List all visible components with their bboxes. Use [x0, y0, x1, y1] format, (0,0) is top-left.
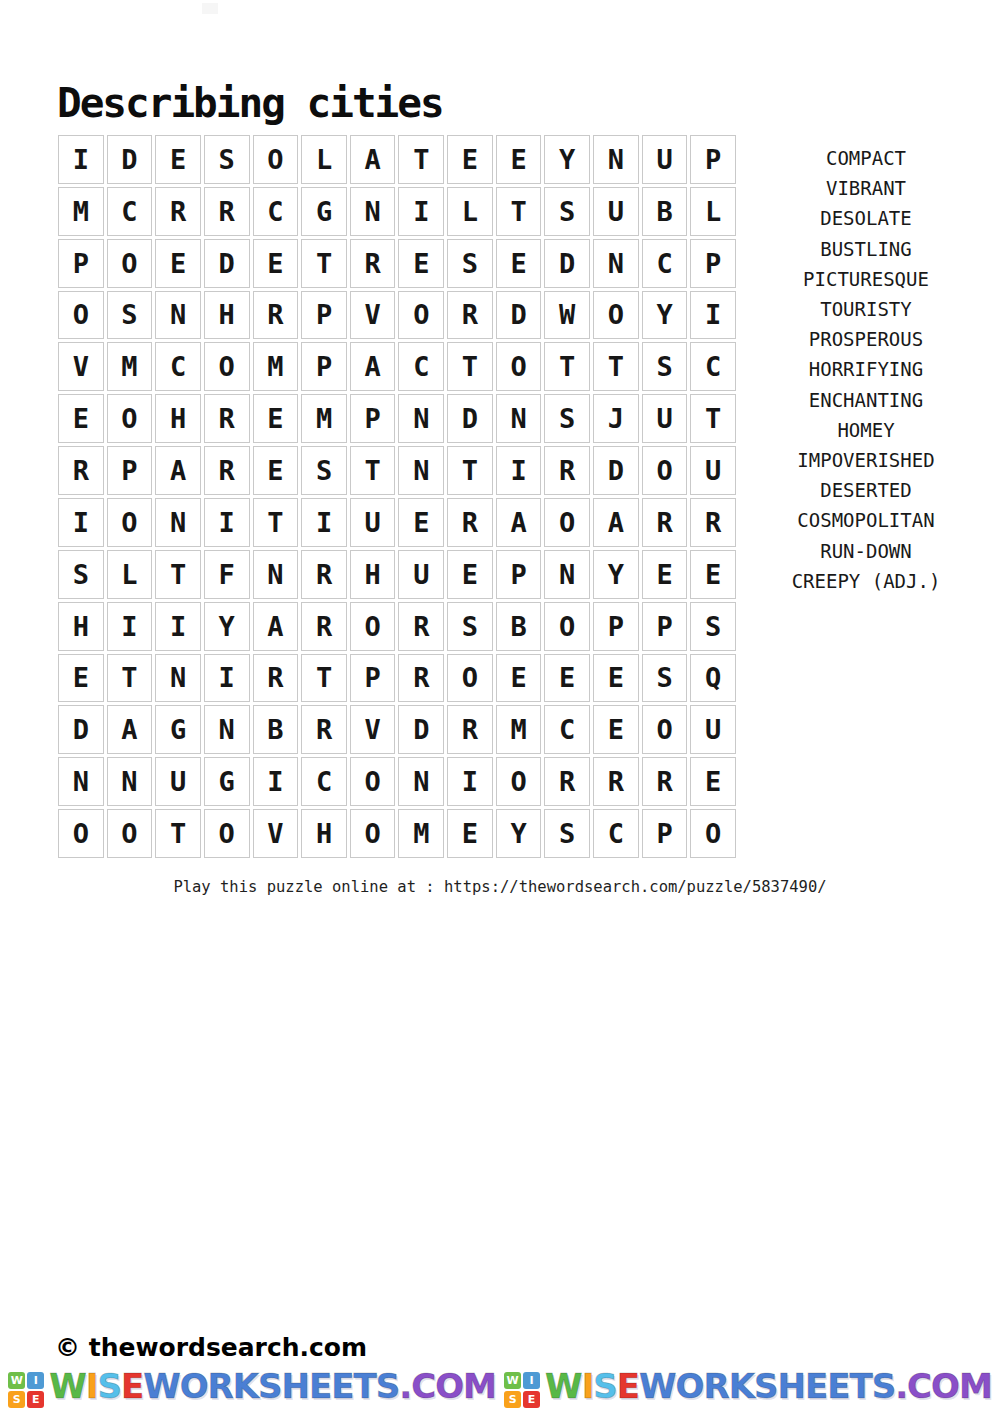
grid-cell[interactable]: C	[642, 239, 688, 288]
grid-cell[interactable]: T	[253, 498, 299, 547]
grid-cell[interactable]: R	[204, 187, 250, 236]
grid-cell[interactable]: O	[107, 239, 153, 288]
grid-cell[interactable]: S	[544, 187, 590, 236]
grid-cell[interactable]: P	[642, 602, 688, 651]
grid-cell[interactable]: H	[204, 291, 250, 340]
grid-cell[interactable]: M	[398, 809, 444, 858]
grid-cell[interactable]: T	[155, 809, 201, 858]
word-list-item: DESOLATE	[738, 203, 994, 233]
grid-cell[interactable]: T	[398, 135, 444, 184]
grid-cell[interactable]: R	[253, 291, 299, 340]
word-list-item: DESERTED	[738, 475, 994, 505]
grid-cell[interactable]: T	[155, 550, 201, 599]
grid-cell[interactable]: R	[253, 654, 299, 703]
grid-cell[interactable]: P	[690, 135, 736, 184]
grid-cell[interactable]: V	[350, 705, 396, 754]
grid-cell[interactable]: T	[447, 342, 493, 391]
grid-cell[interactable]: G	[301, 187, 347, 236]
grid-cell[interactable]: O	[642, 446, 688, 495]
grid-cell[interactable]: E	[58, 654, 104, 703]
grid-cell[interactable]: S	[544, 394, 590, 443]
grid-cell[interactable]: N	[155, 498, 201, 547]
word-list: COMPACTVIBRANTDESOLATEBUSTLINGPICTURESQU…	[738, 143, 994, 596]
grid-cell[interactable]: R	[447, 498, 493, 547]
grid-cell[interactable]: R	[301, 705, 347, 754]
grid-cell[interactable]: O	[350, 602, 396, 651]
grid-cell[interactable]: E	[690, 550, 736, 599]
grid-cell[interactable]: T	[301, 654, 347, 703]
logo-square: I	[523, 1372, 540, 1389]
grid-cell[interactable]: S	[447, 239, 493, 288]
grid-cell[interactable]: N	[58, 757, 104, 806]
grid-cell[interactable]: I	[447, 757, 493, 806]
grid-cell[interactable]: S	[447, 602, 493, 651]
grid-cell[interactable]: O	[107, 809, 153, 858]
grid-cell[interactable]: R	[155, 187, 201, 236]
word-list-item: TOURISTY	[738, 294, 994, 324]
logo-square: W	[8, 1372, 25, 1389]
word-list-item: HOMEY	[738, 415, 994, 445]
grid-cell[interactable]: T	[496, 187, 542, 236]
grid-cell[interactable]: E	[155, 239, 201, 288]
logo-square: S	[504, 1391, 521, 1408]
grid-cell[interactable]: D	[204, 239, 250, 288]
grid-cell[interactable]: C	[155, 342, 201, 391]
grid-cell[interactable]: N	[204, 705, 250, 754]
wise-logo-icon: WISE	[504, 1372, 540, 1408]
grid-cell[interactable]: U	[642, 394, 688, 443]
grid-cell[interactable]: E	[690, 757, 736, 806]
grid-cell[interactable]: N	[107, 757, 153, 806]
grid-cell[interactable]: P	[58, 239, 104, 288]
wise-logo-icon: WISE	[8, 1372, 44, 1408]
grid-cell[interactable]: U	[398, 550, 444, 599]
grid-cell[interactable]: B	[253, 705, 299, 754]
grid-cell[interactable]: A	[107, 705, 153, 754]
grid-cell[interactable]: N	[398, 394, 444, 443]
grid-cell[interactable]: G	[155, 705, 201, 754]
banner-wordmark: WISEWORKSHEETS.COM	[545, 1364, 992, 1413]
grid-cell[interactable]: M	[301, 394, 347, 443]
grid-cell[interactable]: O	[350, 757, 396, 806]
grid-cell[interactable]: S	[58, 550, 104, 599]
grid-cell[interactable]: B	[642, 187, 688, 236]
word-list-item: COSMOPOLITAN	[738, 505, 994, 535]
grid-cell[interactable]: Y	[544, 135, 590, 184]
grid-cell[interactable]: E	[593, 654, 639, 703]
grid-cell[interactable]: E	[447, 550, 493, 599]
grid-cell[interactable]: R	[447, 291, 493, 340]
grid-cell[interactable]: C	[690, 342, 736, 391]
grid-cell[interactable]: Y	[204, 602, 250, 651]
grid-cell[interactable]: D	[398, 705, 444, 754]
grid-cell[interactable]: B	[496, 602, 542, 651]
grid-cell[interactable]: E	[253, 239, 299, 288]
grid-cell[interactable]: A	[496, 498, 542, 547]
grid-cell[interactable]: H	[58, 602, 104, 651]
grid-cell[interactable]: S	[642, 654, 688, 703]
grid-cell[interactable]: O	[398, 291, 444, 340]
grid-cell[interactable]: R	[447, 705, 493, 754]
grid-cell[interactable]: R	[544, 757, 590, 806]
grid-cell[interactable]: O	[350, 809, 396, 858]
grid-cell[interactable]: P	[642, 809, 688, 858]
grid-cell[interactable]: U	[350, 498, 396, 547]
grid-cell[interactable]: Q	[690, 654, 736, 703]
grid-cell[interactable]: N	[496, 394, 542, 443]
grid-cell[interactable]: Y	[642, 291, 688, 340]
grid-cell[interactable]: E	[496, 239, 542, 288]
grid-cell[interactable]: E	[253, 446, 299, 495]
grid-cell[interactable]: G	[204, 757, 250, 806]
word-list-item: VIBRANT	[738, 173, 994, 203]
grid-cell[interactable]: M	[58, 187, 104, 236]
grid-cell[interactable]: S	[204, 135, 250, 184]
grid-cell[interactable]: N	[350, 187, 396, 236]
banner-group: WISEWISEWORKSHEETS.COM	[8, 1364, 496, 1413]
grid-cell[interactable]: T	[544, 342, 590, 391]
grid-cell[interactable]: U	[155, 757, 201, 806]
grid-cell[interactable]: O	[107, 498, 153, 547]
grid-cell[interactable]: P	[107, 446, 153, 495]
grid-cell[interactable]: T	[690, 394, 736, 443]
grid-cell[interactable]: A	[155, 446, 201, 495]
grid-cell[interactable]: N	[593, 239, 639, 288]
grid-cell[interactable]: I	[496, 446, 542, 495]
grid-cell[interactable]: H	[301, 809, 347, 858]
grid-cell[interactable]: P	[690, 239, 736, 288]
grid-cell[interactable]: E	[496, 654, 542, 703]
grid-cell[interactable]: O	[496, 757, 542, 806]
word-list-item: COMPACT	[738, 143, 994, 173]
grid-cell[interactable]: C	[253, 187, 299, 236]
grid-cell[interactable]: I	[107, 602, 153, 651]
grid-cell[interactable]: O	[593, 291, 639, 340]
grid-cell[interactable]: N	[544, 550, 590, 599]
grid-cell[interactable]: V	[350, 291, 396, 340]
grid-cell[interactable]: S	[544, 809, 590, 858]
grid-cell[interactable]: R	[398, 602, 444, 651]
grid-cell[interactable]: I	[58, 498, 104, 547]
grid-cell[interactable]: R	[301, 602, 347, 651]
grid-cell[interactable]: E	[447, 135, 493, 184]
grid-cell[interactable]: E	[544, 654, 590, 703]
grid-cell[interactable]: N	[155, 291, 201, 340]
grid-cell[interactable]: E	[398, 239, 444, 288]
grid-cell[interactable]: N	[398, 446, 444, 495]
grid-cell[interactable]: L	[107, 550, 153, 599]
grid-cell[interactable]: T	[593, 342, 639, 391]
grid-cell[interactable]: T	[350, 446, 396, 495]
grid-cell[interactable]: I	[301, 498, 347, 547]
grid-cell[interactable]: I	[204, 654, 250, 703]
grid-cell[interactable]: P	[496, 550, 542, 599]
grid-cell[interactable]: R	[642, 498, 688, 547]
grid-cell[interactable]: O	[253, 135, 299, 184]
word-list-item: RUN-DOWN	[738, 536, 994, 566]
grid-cell[interactable]: H	[350, 550, 396, 599]
grid-cell[interactable]: R	[544, 446, 590, 495]
grid-cell[interactable]: A	[350, 342, 396, 391]
grid-cell[interactable]: S	[301, 446, 347, 495]
grid-cell[interactable]: E	[642, 550, 688, 599]
grid-cell[interactable]: R	[301, 550, 347, 599]
grid-cell[interactable]: M	[107, 342, 153, 391]
grid-cell[interactable]: N	[398, 757, 444, 806]
copyright-text: © thewordsearch.com	[55, 1333, 367, 1362]
grid-cell[interactable]: O	[544, 498, 590, 547]
grid-cell[interactable]: F	[204, 550, 250, 599]
logo-square: I	[27, 1372, 44, 1389]
grid-cell[interactable]: E	[447, 809, 493, 858]
grid-cell[interactable]: C	[301, 757, 347, 806]
grid-cell[interactable]: I	[204, 498, 250, 547]
logo-square: E	[523, 1391, 540, 1408]
grid-cell[interactable]: N	[155, 654, 201, 703]
grid-cell[interactable]: A	[350, 135, 396, 184]
grid-cell[interactable]: E	[496, 135, 542, 184]
grid-cell[interactable]: N	[253, 550, 299, 599]
grid-cell[interactable]: D	[107, 135, 153, 184]
grid-cell[interactable]: L	[690, 187, 736, 236]
grid-cell[interactable]: U	[593, 187, 639, 236]
banner-wordmark: WISEWORKSHEETS.COM	[49, 1364, 496, 1413]
grid-cell[interactable]: I	[253, 757, 299, 806]
word-list-item: PROSPEROUS	[738, 324, 994, 354]
grid-cell[interactable]: R	[350, 239, 396, 288]
grid-cell[interactable]: O	[690, 809, 736, 858]
grid-cell[interactable]: I	[155, 602, 201, 651]
scan-artifact	[202, 3, 218, 14]
grid-cell[interactable]: D	[447, 394, 493, 443]
grid-cell[interactable]: P	[301, 342, 347, 391]
grid-cell[interactable]: P	[350, 394, 396, 443]
grid-cell[interactable]: O	[58, 809, 104, 858]
grid-cell[interactable]: S	[107, 291, 153, 340]
grid-cell[interactable]: R	[398, 654, 444, 703]
grid-cell[interactable]: V	[58, 342, 104, 391]
grid-cell[interactable]: M	[253, 342, 299, 391]
grid-cell[interactable]: D	[58, 705, 104, 754]
grid-cell[interactable]: R	[690, 498, 736, 547]
grid-cell[interactable]: O	[58, 291, 104, 340]
grid-cell[interactable]: T	[447, 446, 493, 495]
word-list-item: BUSTLING	[738, 234, 994, 264]
grid-cell[interactable]: E	[398, 498, 444, 547]
grid-cell[interactable]: A	[253, 602, 299, 651]
grid-cell[interactable]: I	[58, 135, 104, 184]
grid-cell[interactable]: O	[642, 705, 688, 754]
page-title: Describing cities	[57, 79, 443, 127]
grid-cell[interactable]: P	[593, 602, 639, 651]
logo-square: S	[8, 1391, 25, 1408]
grid-cell[interactable]: V	[253, 809, 299, 858]
grid-cell[interactable]: C	[107, 187, 153, 236]
grid-cell[interactable]: H	[155, 394, 201, 443]
grid-cell[interactable]: O	[204, 342, 250, 391]
grid-cell[interactable]: P	[301, 291, 347, 340]
play-online-text[interactable]: Play this puzzle online at : https://the…	[0, 878, 1000, 896]
grid-cell[interactable]: S	[642, 342, 688, 391]
grid-cell[interactable]: C	[593, 809, 639, 858]
logo-square: W	[504, 1372, 521, 1389]
wiseworksheets-banner: WISEWISEWORKSHEETS.COMWISEWISEWORKSHEETS…	[0, 1366, 1000, 1413]
grid-cell[interactable]: O	[204, 809, 250, 858]
grid-cell[interactable]: D	[544, 239, 590, 288]
grid-cell[interactable]: C	[398, 342, 444, 391]
grid-cell[interactable]: Y	[593, 550, 639, 599]
grid-cell[interactable]: S	[690, 602, 736, 651]
grid-cell[interactable]: O	[496, 342, 542, 391]
grid-cell[interactable]: T	[301, 239, 347, 288]
word-list-item: PICTURESQUE	[738, 264, 994, 294]
grid-cell[interactable]: M	[496, 705, 542, 754]
word-list-item: ENCHANTING	[738, 385, 994, 415]
grid-cell[interactable]: Y	[496, 809, 542, 858]
grid-cell[interactable]: I	[690, 291, 736, 340]
grid-cell[interactable]: D	[593, 446, 639, 495]
grid-cell[interactable]: O	[544, 602, 590, 651]
grid-cell[interactable]: W	[544, 291, 590, 340]
word-list-item: CREEPY (ADJ.)	[738, 566, 994, 596]
word-list-item: IMPOVERISHED	[738, 445, 994, 475]
grid-cell[interactable]: E	[155, 135, 201, 184]
grid-cell[interactable]: P	[350, 654, 396, 703]
grid-cell[interactable]: R	[593, 757, 639, 806]
logo-square: E	[27, 1391, 44, 1408]
grid-cell[interactable]: D	[496, 291, 542, 340]
grid-cell[interactable]: I	[398, 187, 444, 236]
grid-cell[interactable]: L	[301, 135, 347, 184]
grid-cell[interactable]: U	[690, 705, 736, 754]
grid-cell[interactable]: O	[447, 654, 493, 703]
grid-cell[interactable]: J	[593, 394, 639, 443]
grid-cell[interactable]: R	[204, 394, 250, 443]
grid-cell[interactable]: R	[58, 446, 104, 495]
grid-cell[interactable]: R	[642, 757, 688, 806]
grid-cell[interactable]: E	[58, 394, 104, 443]
word-list-item: HORRIFYING	[738, 354, 994, 384]
grid-cell[interactable]: N	[593, 135, 639, 184]
grid-cell[interactable]: R	[204, 446, 250, 495]
grid-cell[interactable]: O	[107, 394, 153, 443]
grid-cell[interactable]: U	[690, 446, 736, 495]
banner-group: WISEWISEWORKSHEETS.COM	[504, 1364, 992, 1413]
grid-cell[interactable]: U	[642, 135, 688, 184]
grid-cell[interactable]: E	[253, 394, 299, 443]
grid-cell[interactable]: A	[593, 498, 639, 547]
grid-cell[interactable]: L	[447, 187, 493, 236]
grid-cell[interactable]: T	[107, 654, 153, 703]
grid-cell[interactable]: C	[544, 705, 590, 754]
grid-cell[interactable]: E	[593, 705, 639, 754]
word-search-grid: IDESOLATEEYNUPMCRRCGNILTSUBLPOEDETRESEDN…	[58, 135, 736, 858]
